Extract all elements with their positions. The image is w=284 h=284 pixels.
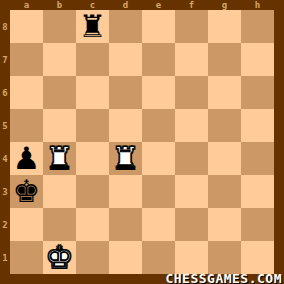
square-g8 — [208, 10, 241, 43]
square-f4 — [175, 142, 208, 175]
square-b3 — [43, 175, 76, 208]
square-e5 — [142, 109, 175, 142]
square-c5 — [76, 109, 109, 142]
square-f2 — [175, 208, 208, 241]
square-h7 — [241, 43, 274, 76]
rank-label-4: 4 — [0, 142, 10, 175]
square-c4 — [76, 142, 109, 175]
square-g1 — [208, 241, 241, 274]
black-king-a3: ♚ — [13, 175, 41, 208]
square-g2 — [208, 208, 241, 241]
square-g5 — [208, 109, 241, 142]
rank-label-1: 1 — [0, 241, 10, 274]
square-b7 — [43, 43, 76, 76]
square-e6 — [142, 76, 175, 109]
square-a5 — [10, 109, 43, 142]
square-a3: ♚ — [10, 175, 43, 208]
square-f1 — [175, 241, 208, 274]
square-d2 — [109, 208, 142, 241]
square-a8 — [10, 10, 43, 43]
rank-labels: 87654321 — [0, 10, 10, 274]
square-a6 — [10, 76, 43, 109]
square-b1: ♚ — [43, 241, 76, 274]
square-d4: ♜ — [109, 142, 142, 175]
square-d1 — [109, 241, 142, 274]
file-labels: abcdefgh — [10, 0, 274, 10]
square-f6 — [175, 76, 208, 109]
square-f8 — [175, 10, 208, 43]
square-h3 — [241, 175, 274, 208]
chess-board: ♜♟♜♜♚♚ — [10, 10, 274, 274]
black-pawn-a4: ♟ — [13, 142, 41, 175]
square-g6 — [208, 76, 241, 109]
white-rook-d4: ♜ — [112, 142, 140, 175]
square-e2 — [142, 208, 175, 241]
square-d8 — [109, 10, 142, 43]
chessgames-watermark: CHESSGAMES.COM — [165, 274, 282, 284]
square-e4 — [142, 142, 175, 175]
square-d3 — [109, 175, 142, 208]
square-c3 — [76, 175, 109, 208]
square-c1 — [76, 241, 109, 274]
rank-label-2: 2 — [0, 208, 10, 241]
square-g7 — [208, 43, 241, 76]
square-b4: ♜ — [43, 142, 76, 175]
square-c6 — [76, 76, 109, 109]
black-rook-c8: ♜ — [79, 10, 107, 43]
square-h8 — [241, 10, 274, 43]
square-a1 — [10, 241, 43, 274]
square-d5 — [109, 109, 142, 142]
square-g3 — [208, 175, 241, 208]
square-h2 — [241, 208, 274, 241]
square-b5 — [43, 109, 76, 142]
rank-label-6: 6 — [0, 76, 10, 109]
rank-label-5: 5 — [0, 109, 10, 142]
square-e3 — [142, 175, 175, 208]
rank-label-3: 3 — [0, 175, 10, 208]
square-a4: ♟ — [10, 142, 43, 175]
square-g4 — [208, 142, 241, 175]
square-h1 — [241, 241, 274, 274]
square-e1 — [142, 241, 175, 274]
square-h5 — [241, 109, 274, 142]
rank-label-8: 8 — [0, 10, 10, 43]
square-e7 — [142, 43, 175, 76]
chess-diagram: abcdefgh 87654321 ♜♟♜♜♚♚ CHESSGAMES.COM — [0, 0, 284, 284]
square-d6 — [109, 76, 142, 109]
square-c7 — [76, 43, 109, 76]
rank-label-7: 7 — [0, 43, 10, 76]
square-c2 — [76, 208, 109, 241]
square-e8 — [142, 10, 175, 43]
square-b6 — [43, 76, 76, 109]
square-d7 — [109, 43, 142, 76]
white-rook-b4: ♜ — [46, 142, 74, 175]
white-king-b1: ♚ — [46, 241, 74, 274]
square-a7 — [10, 43, 43, 76]
square-f3 — [175, 175, 208, 208]
square-b2 — [43, 208, 76, 241]
square-h6 — [241, 76, 274, 109]
square-h4 — [241, 142, 274, 175]
square-a2 — [10, 208, 43, 241]
square-f7 — [175, 43, 208, 76]
square-c8: ♜ — [76, 10, 109, 43]
square-f5 — [175, 109, 208, 142]
square-b8 — [43, 10, 76, 43]
